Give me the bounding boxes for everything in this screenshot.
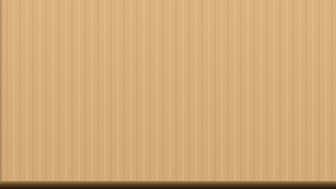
go-board[interactable]	[0, 0, 336, 189]
board-left-shade	[0, 0, 3, 189]
wood-grain-texture	[0, 0, 336, 189]
board-bottom-edge	[0, 181, 336, 189]
